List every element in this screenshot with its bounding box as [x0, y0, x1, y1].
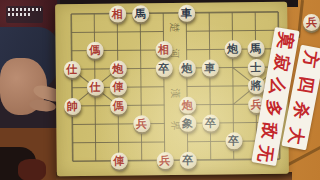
piece-character: 仕 [89, 82, 100, 93]
caption-char: 么 [265, 76, 290, 96]
piece-character: 傌 [89, 45, 100, 56]
channel-watermark [6, 6, 43, 23]
piece-character: 車 [204, 62, 215, 73]
table-corner-cloth [18, 159, 46, 180]
piece-red-horse[interactable]: 傌 [86, 42, 103, 59]
piece-character: 相 [112, 8, 123, 19]
piece-black-cannon[interactable]: 炮 [224, 41, 241, 58]
piece-black-horse[interactable]: 馬 [132, 5, 149, 22]
caption-char: 杀 [288, 100, 313, 120]
piece-black-advisor[interactable]: 士 [247, 59, 264, 76]
piece-character: 炮 [182, 99, 193, 110]
caption-char: 敌 [257, 121, 282, 141]
piece-character: 炮 [227, 44, 238, 55]
piece-character: 傌 [113, 100, 124, 111]
piece-character: 馬 [250, 43, 261, 54]
caption-char: 无 [253, 144, 278, 164]
piece-character: 象 [182, 118, 193, 129]
caption-char: 多 [261, 98, 286, 118]
caption-char: 四 [293, 75, 318, 95]
caption-char: 大 [283, 125, 308, 145]
piece-character: 馬 [135, 8, 146, 19]
piece-black-horse[interactable]: 馬 [247, 40, 264, 57]
piece-black-elephant[interactable]: 象 [179, 115, 196, 132]
watermark-text-line [8, 13, 31, 16]
piece-character: 相 [158, 44, 169, 55]
piece-character: 士 [250, 62, 261, 73]
piece-black-soldier[interactable]: 卒 [225, 133, 242, 150]
piece-character: 卒 [182, 154, 193, 165]
piece-character: 卒 [228, 136, 239, 147]
piece-black-chariot[interactable]: 車 [178, 4, 195, 21]
piece-red-advisor[interactable]: 仕 [63, 61, 80, 78]
piece-red-soldier[interactable]: 兵 [133, 115, 150, 132]
piece-black-chariot[interactable]: 車 [201, 59, 218, 76]
river-char: 楚 [168, 21, 181, 34]
piece-black-cannon[interactable]: 炮 [178, 59, 195, 76]
piece-character: 俥 [113, 155, 124, 166]
piece-red-cannon[interactable]: 炮 [109, 60, 126, 77]
caption-char: 寞 [273, 30, 298, 50]
piece-red-advisor[interactable]: 仕 [86, 79, 103, 96]
piece-character: 車 [181, 7, 192, 18]
piece-red-soldier[interactable]: 兵 [156, 152, 173, 169]
piece-red-chariot[interactable]: 俥 [109, 79, 126, 96]
piece-red-horse[interactable]: 傌 [110, 97, 127, 114]
piece-character: 兵 [159, 155, 170, 166]
piece-character: 俥 [112, 82, 123, 93]
piece-character: 卒 [158, 63, 169, 74]
piece-character: 仕 [66, 64, 77, 75]
piece-character: 炮 [112, 63, 123, 74]
piece-character: 卒 [205, 117, 216, 128]
piece-character: 將 [250, 80, 261, 91]
captured-piece-red-soldier[interactable]: 兵 [303, 14, 320, 31]
watermark-text-line [8, 8, 41, 11]
piece-black-soldier[interactable]: 卒 [202, 114, 219, 131]
piece-red-cannon[interactable]: 炮 [179, 96, 196, 113]
video-frame: 楚河漢界 相傌相仕炮仕俥帥傌炮兵兵俥兵馬車炮馬卒炮車士將象卒卒卒 兵 寞寂么多敌… [0, 0, 320, 180]
piece-character: 炮 [181, 62, 192, 73]
piece-black-soldier[interactable]: 卒 [155, 60, 172, 77]
piece-red-elephant[interactable]: 相 [155, 41, 172, 58]
piece-character: 帥 [67, 100, 78, 111]
caption-char: 寂 [269, 53, 294, 73]
river-char: 漢 [169, 87, 182, 100]
piece-red-elephant[interactable]: 相 [109, 5, 126, 22]
piece-red-general[interactable]: 帥 [64, 97, 81, 114]
piece-red-chariot[interactable]: 俥 [110, 152, 127, 169]
piece-black-soldier[interactable]: 卒 [179, 151, 196, 168]
caption-char: 方 [298, 49, 320, 69]
piece-character: 兵 [136, 118, 147, 129]
piece-black-general[interactable]: 將 [247, 77, 264, 94]
